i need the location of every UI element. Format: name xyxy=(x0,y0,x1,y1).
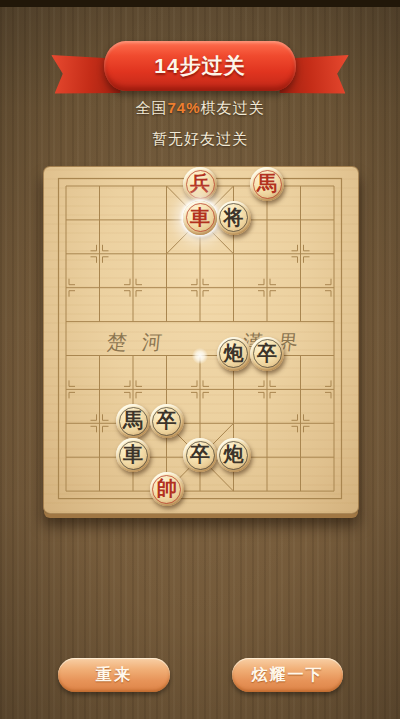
piece-character: 車 xyxy=(123,444,143,464)
level-banner: 14步过关 xyxy=(0,36,400,106)
piece-red-chariot[interactable]: 車 xyxy=(183,201,217,235)
piece-red-general[interactable]: 帥 xyxy=(150,472,184,506)
pass-rate-percent: 74% xyxy=(167,99,200,116)
piece-black-general[interactable]: 将 xyxy=(217,201,251,235)
ribbon-band: 14步过关 xyxy=(104,41,296,91)
piece-character: 馬 xyxy=(123,410,143,430)
piece-black-soldier[interactable]: 卒 xyxy=(183,438,217,472)
pass-rate-suffix: 棋友过关 xyxy=(201,99,265,116)
piece-character: 卒 xyxy=(190,444,210,464)
piece-character: 帥 xyxy=(157,478,177,498)
piece-character: 卒 xyxy=(257,343,277,363)
piece-red-horse[interactable]: 馬 xyxy=(250,167,284,201)
piece-black-soldier[interactable]: 卒 xyxy=(250,337,284,371)
xiangqi-board[interactable]: 楚河 漢界 兵馬車将炮卒馬卒車卒炮帥 xyxy=(43,166,359,514)
piece-black-chariot[interactable]: 車 xyxy=(116,438,150,472)
pieces-layer: 兵馬車将炮卒馬卒車卒炮帥 xyxy=(44,167,358,513)
piece-character: 将 xyxy=(224,207,244,227)
piece-black-cannon[interactable]: 炮 xyxy=(217,438,251,472)
piece-character: 兵 xyxy=(190,173,210,193)
level-title: 14步过关 xyxy=(104,41,296,91)
piece-character: 炮 xyxy=(224,444,244,464)
show-off-button[interactable]: 炫耀一下 xyxy=(232,658,343,692)
piece-character: 卒 xyxy=(157,410,177,430)
piece-black-soldier[interactable]: 卒 xyxy=(150,404,184,438)
piece-red-soldier[interactable]: 兵 xyxy=(183,167,217,201)
restart-button[interactable]: 重来 xyxy=(58,658,170,692)
piece-black-cannon[interactable]: 炮 xyxy=(217,337,251,371)
piece-black-horse[interactable]: 馬 xyxy=(116,404,150,438)
piece-character: 馬 xyxy=(257,173,277,193)
piece-character: 炮 xyxy=(224,343,244,363)
status-bar-strip xyxy=(0,0,400,7)
move-highlight-dot xyxy=(192,348,208,364)
national-pass-rate: 全国74%棋友过关 xyxy=(0,99,400,118)
friends-pass-status: 暂无好友过关 xyxy=(0,130,400,149)
piece-character: 車 xyxy=(190,207,210,227)
pass-rate-prefix: 全国 xyxy=(135,99,167,116)
app-screen: 14步过关 全国74%棋友过关 暂无好友过关 楚河 漢界 兵馬車将炮卒馬卒車卒炮… xyxy=(0,0,400,719)
